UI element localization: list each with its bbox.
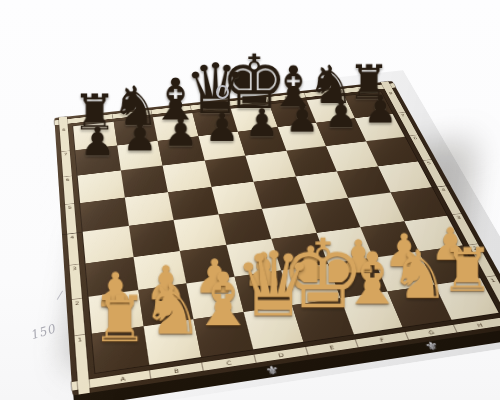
black-pawn-icon: ♟ (285, 100, 319, 138)
coordinate-label: 2 (72, 298, 85, 336)
handwritten-number: 150 (29, 322, 58, 343)
photo-scene: ⚜ ⚜ ABCDEFGH ABCDEFGH 87654321 87654321 … (0, 0, 500, 400)
square-d5[interactable] (211, 181, 262, 214)
square-b7[interactable]: ♟ (117, 141, 163, 171)
coordinate-label: 5 (65, 203, 76, 233)
coordinate-label: F (355, 332, 408, 347)
square-a5[interactable] (80, 197, 128, 232)
coordinate-label: 6 (63, 176, 74, 204)
black-pawn-icon: ♟ (363, 91, 397, 129)
coordinate-label: 1 (74, 334, 88, 375)
hinge-ring-icon (216, 85, 229, 99)
pencil-mark: ∕ (56, 288, 63, 303)
square-b1[interactable]: ♞ (143, 319, 201, 365)
coordinate-label: A (96, 371, 150, 387)
square-b6[interactable] (120, 165, 168, 197)
black-pawn-icon: ♟ (245, 104, 280, 143)
coordinate-label: B (148, 363, 202, 379)
black-pawn-icon: ♟ (80, 123, 116, 163)
square-a1[interactable]: ♜ (92, 326, 149, 373)
square-b5[interactable] (124, 192, 173, 226)
coordinate-label: 7 (61, 150, 72, 177)
white-knight-icon: ♞ (141, 274, 204, 344)
black-pawn-icon: ♟ (122, 118, 157, 157)
coordinate-label: 4 (67, 232, 79, 265)
black-pawn-icon: ♟ (164, 113, 199, 152)
coordinate-label: H (453, 318, 500, 333)
black-pawn-icon: ♟ (324, 95, 358, 133)
black-pawn-icon: ♟ (204, 109, 239, 148)
coordinate-label: 3 (69, 264, 81, 299)
coordinate-label: 8 (60, 127, 70, 151)
coordinate-label: G (404, 325, 456, 340)
coordinate-label: E (304, 340, 357, 356)
white-rook-icon: ♜ (92, 289, 149, 352)
coordinate-label: D (253, 347, 307, 363)
chess-board: ⚜ ⚜ ABCDEFGH ABCDEFGH 87654321 87654321 … (54, 81, 500, 395)
coordinate-label: C (201, 355, 255, 371)
